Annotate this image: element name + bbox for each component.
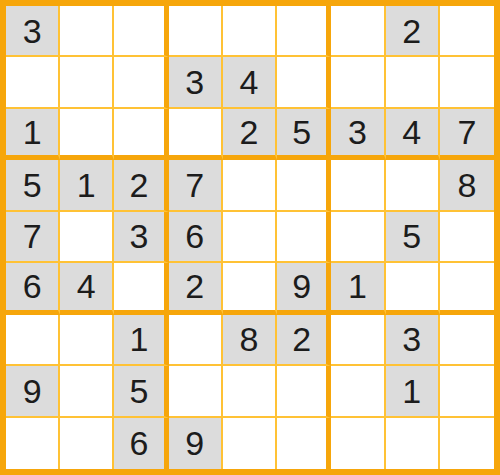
sudoku-puzzle: 323412534751278736564291182395169: [0, 0, 500, 475]
cell-r9c8[interactable]: [386, 418, 440, 469]
cell-r3c4[interactable]: [169, 109, 223, 160]
cell-r5c6[interactable]: [277, 212, 331, 263]
cell-r1c4[interactable]: [169, 6, 223, 57]
cell-r2c2[interactable]: [60, 57, 114, 108]
cell-r8c5[interactable]: [223, 366, 277, 417]
cell-r2c3[interactable]: [114, 57, 168, 108]
cell-r4c4: 7: [169, 160, 223, 211]
cell-r4c6[interactable]: [277, 160, 331, 211]
cell-r3c9: 7: [440, 109, 494, 160]
cell-r9c5[interactable]: [223, 418, 277, 469]
cell-r2c8[interactable]: [386, 57, 440, 108]
cell-r4c2: 1: [60, 160, 114, 211]
cell-r8c3: 5: [114, 366, 168, 417]
cell-r1c5[interactable]: [223, 6, 277, 57]
cell-r6c8[interactable]: [386, 263, 440, 314]
cell-r7c6: 2: [277, 315, 331, 366]
cell-r4c5[interactable]: [223, 160, 277, 211]
cell-r1c6[interactable]: [277, 6, 331, 57]
cell-r7c3: 1: [114, 315, 168, 366]
cell-r4c3: 2: [114, 160, 168, 211]
cell-r3c8: 4: [386, 109, 440, 160]
cell-r2c1[interactable]: [6, 57, 60, 108]
cell-r7c7[interactable]: [331, 315, 385, 366]
cell-r3c7: 3: [331, 109, 385, 160]
cell-r6c2: 4: [60, 263, 114, 314]
cell-r7c1[interactable]: [6, 315, 60, 366]
cell-r9c9[interactable]: [440, 418, 494, 469]
cell-r3c5: 2: [223, 109, 277, 160]
cell-r9c4: 9: [169, 418, 223, 469]
cell-r4c8[interactable]: [386, 160, 440, 211]
cell-r1c9[interactable]: [440, 6, 494, 57]
cell-r7c8: 3: [386, 315, 440, 366]
cell-r1c7[interactable]: [331, 6, 385, 57]
cell-r8c4[interactable]: [169, 366, 223, 417]
cell-r6c1: 6: [6, 263, 60, 314]
cell-r9c7[interactable]: [331, 418, 385, 469]
cell-r8c6[interactable]: [277, 366, 331, 417]
cell-r8c2[interactable]: [60, 366, 114, 417]
cell-r2c4: 3: [169, 57, 223, 108]
cell-r7c4[interactable]: [169, 315, 223, 366]
cell-r8c9[interactable]: [440, 366, 494, 417]
cell-r9c2[interactable]: [60, 418, 114, 469]
cell-r5c5[interactable]: [223, 212, 277, 263]
cell-r5c8: 5: [386, 212, 440, 263]
cell-r4c7[interactable]: [331, 160, 385, 211]
cell-r8c8: 1: [386, 366, 440, 417]
cell-r5c4: 6: [169, 212, 223, 263]
cell-r1c1: 3: [6, 6, 60, 57]
cell-r7c5: 8: [223, 315, 277, 366]
cell-r2c5: 4: [223, 57, 277, 108]
cell-r8c1: 9: [6, 366, 60, 417]
cell-r6c3[interactable]: [114, 263, 168, 314]
cell-r8c7[interactable]: [331, 366, 385, 417]
cell-r6c7: 1: [331, 263, 385, 314]
cell-r6c6: 9: [277, 263, 331, 314]
cell-r9c6[interactable]: [277, 418, 331, 469]
cell-r3c6: 5: [277, 109, 331, 160]
cell-r6c5[interactable]: [223, 263, 277, 314]
cell-r4c9: 8: [440, 160, 494, 211]
sudoku-board: 323412534751278736564291182395169: [0, 0, 500, 475]
cell-r2c9[interactable]: [440, 57, 494, 108]
cell-r6c4: 2: [169, 263, 223, 314]
cell-r3c3[interactable]: [114, 109, 168, 160]
cell-r5c7[interactable]: [331, 212, 385, 263]
cell-r1c2[interactable]: [60, 6, 114, 57]
cell-r2c7[interactable]: [331, 57, 385, 108]
cell-r5c1: 7: [6, 212, 60, 263]
cell-r9c1[interactable]: [6, 418, 60, 469]
cell-r5c2[interactable]: [60, 212, 114, 263]
cell-r4c1: 5: [6, 160, 60, 211]
cell-r6c9[interactable]: [440, 263, 494, 314]
cell-r1c3[interactable]: [114, 6, 168, 57]
cell-r3c2[interactable]: [60, 109, 114, 160]
cell-r1c8: 2: [386, 6, 440, 57]
cell-r5c9[interactable]: [440, 212, 494, 263]
cell-r9c3: 6: [114, 418, 168, 469]
cell-r7c2[interactable]: [60, 315, 114, 366]
cell-r2c6[interactable]: [277, 57, 331, 108]
cell-r3c1: 1: [6, 109, 60, 160]
cell-r5c3: 3: [114, 212, 168, 263]
cell-r7c9[interactable]: [440, 315, 494, 366]
